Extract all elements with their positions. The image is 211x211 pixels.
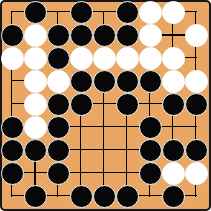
white-stone [162,47,185,70]
black-stone [162,185,185,208]
black-stone [185,139,208,162]
black-stone [185,93,208,116]
black-stone [116,93,139,116]
black-stone [47,47,70,70]
black-stone [1,162,24,185]
white-stone [47,70,70,93]
white-stone [162,1,185,24]
black-stone [24,1,47,24]
white-stone [24,70,47,93]
black-stone [47,139,70,162]
white-stone [185,162,208,185]
black-stone [1,139,24,162]
go-board[interactable] [0,0,211,211]
black-stone [24,139,47,162]
black-stone [70,185,93,208]
white-stone [93,47,116,70]
white-stone [139,24,162,47]
black-stone [116,185,139,208]
white-stone [116,47,139,70]
black-stone [116,1,139,24]
black-stone [162,93,185,116]
black-stone [139,162,162,185]
black-stone [47,162,70,185]
white-stone [1,47,24,70]
black-stone [162,139,185,162]
white-stone [162,162,185,185]
black-stone [70,1,93,24]
black-stone [93,24,116,47]
black-stone [47,24,70,47]
white-stone [24,116,47,139]
black-stone [70,93,93,116]
black-stone [93,185,116,208]
white-stone [24,93,47,116]
white-stone [162,70,185,93]
black-stone [139,139,162,162]
black-stone [1,116,24,139]
black-stone [47,93,70,116]
black-stone [116,24,139,47]
black-stone [139,116,162,139]
black-stone [93,70,116,93]
white-stone [24,24,47,47]
black-stone [116,70,139,93]
white-stone [185,24,208,47]
white-stone [70,47,93,70]
black-stone [70,24,93,47]
white-stone [139,47,162,70]
black-stone [47,116,70,139]
black-stone [1,24,24,47]
black-stone [139,70,162,93]
black-stone [24,185,47,208]
white-stone [139,1,162,24]
black-stone [70,70,93,93]
white-stone [24,47,47,70]
white-stone [185,70,208,93]
